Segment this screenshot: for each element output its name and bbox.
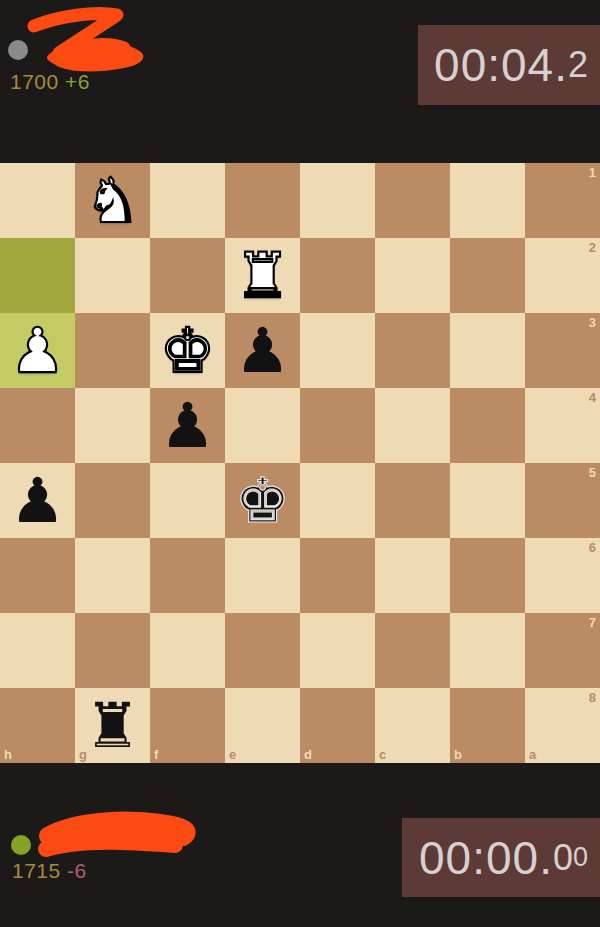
square-d1[interactable] — [300, 163, 375, 238]
square-g6[interactable] — [75, 538, 150, 613]
square-h2[interactable] — [0, 238, 75, 313]
square-c8[interactable]: c — [375, 688, 450, 763]
white-king[interactable]: ♚ — [150, 313, 225, 388]
square-e6[interactable] — [225, 538, 300, 613]
square-b8[interactable]: b — [450, 688, 525, 763]
square-b6[interactable] — [450, 538, 525, 613]
square-c6[interactable] — [375, 538, 450, 613]
square-h3[interactable]: ♟ — [0, 313, 75, 388]
square-g3[interactable] — [75, 313, 150, 388]
square-d4[interactable] — [300, 388, 375, 463]
file-label-f: f — [154, 748, 158, 761]
square-f6[interactable] — [150, 538, 225, 613]
opponent-rating-line: 1700 +6 — [10, 70, 90, 94]
rank-label-4: 4 — [589, 391, 596, 404]
square-b4[interactable] — [450, 388, 525, 463]
square-e7[interactable] — [225, 613, 300, 688]
square-b5[interactable] — [450, 463, 525, 538]
square-h1[interactable] — [0, 163, 75, 238]
square-c2[interactable] — [375, 238, 450, 313]
square-d6[interactable] — [300, 538, 375, 613]
file-label-g: g — [79, 748, 87, 761]
square-e5[interactable]: ♚ — [225, 463, 300, 538]
square-g7[interactable] — [75, 613, 150, 688]
file-label-e: e — [229, 748, 236, 761]
square-h5[interactable]: ♟ — [0, 463, 75, 538]
square-a5[interactable]: 5 — [525, 463, 600, 538]
online-status-dot-bottom — [11, 835, 31, 855]
square-c5[interactable] — [375, 463, 450, 538]
file-label-a: a — [529, 748, 536, 761]
square-b2[interactable] — [450, 238, 525, 313]
square-a8[interactable]: 8a — [525, 688, 600, 763]
square-c7[interactable] — [375, 613, 450, 688]
square-a2[interactable]: 2 — [525, 238, 600, 313]
square-d3[interactable] — [300, 313, 375, 388]
player-rating: 1715 — [12, 859, 61, 882]
clock-bottom-main: 00:00. — [419, 831, 553, 885]
rank-label-5: 5 — [589, 466, 596, 479]
rank-label-8: 8 — [589, 691, 596, 704]
square-c3[interactable] — [375, 313, 450, 388]
square-d7[interactable] — [300, 613, 375, 688]
file-label-b: b — [454, 748, 462, 761]
black-king[interactable]: ♚ — [225, 463, 300, 538]
square-f3[interactable]: ♚ — [150, 313, 225, 388]
square-d5[interactable] — [300, 463, 375, 538]
square-a3[interactable]: 3 — [525, 313, 600, 388]
square-f7[interactable] — [150, 613, 225, 688]
square-c4[interactable] — [375, 388, 450, 463]
rank-label-6: 6 — [589, 541, 596, 554]
clock-top: 00:04.2 — [418, 25, 600, 105]
opponent-rating: 1700 — [10, 70, 59, 93]
chess-board[interactable]: ♞1♜2♟♚♟3♟4♟♚567h♜gfedcb8a — [0, 163, 600, 763]
square-b1[interactable] — [450, 163, 525, 238]
square-f2[interactable] — [150, 238, 225, 313]
square-g2[interactable] — [75, 238, 150, 313]
square-e2[interactable]: ♜ — [225, 238, 300, 313]
square-d2[interactable] — [300, 238, 375, 313]
square-e3[interactable]: ♟ — [225, 313, 300, 388]
file-label-h: h — [4, 748, 12, 761]
file-label-d: d — [304, 748, 312, 761]
lichess-game-screen: 1700 +6 00:04.2 ♞1♜2♟♚♟3♟4♟♚567h♜gfedcb8… — [0, 0, 600, 927]
square-h4[interactable] — [0, 388, 75, 463]
rank-label-1: 1 — [589, 166, 596, 179]
square-a1[interactable]: 1 — [525, 163, 600, 238]
square-a4[interactable]: 4 — [525, 388, 600, 463]
white-rook[interactable]: ♜ — [225, 238, 300, 313]
square-f4[interactable]: ♟ — [150, 388, 225, 463]
clock-top-main: 00:04. — [434, 38, 568, 92]
opponent-rating-change: +6 — [65, 70, 90, 93]
square-a7[interactable]: 7 — [525, 613, 600, 688]
square-g8[interactable]: ♜g — [75, 688, 150, 763]
square-b7[interactable] — [450, 613, 525, 688]
square-e1[interactable] — [225, 163, 300, 238]
square-f1[interactable] — [150, 163, 225, 238]
square-f5[interactable] — [150, 463, 225, 538]
square-d8[interactable]: d — [300, 688, 375, 763]
clock-bottom-hundredths: 0 — [573, 842, 588, 873]
white-pawn[interactable]: ♟ — [0, 313, 75, 388]
rank-label-3: 3 — [589, 316, 596, 329]
clock-bottom: 00:00.00 — [402, 818, 600, 897]
square-a6[interactable]: 6 — [525, 538, 600, 613]
square-e4[interactable] — [225, 388, 300, 463]
white-knight[interactable]: ♞ — [75, 163, 150, 238]
square-h7[interactable] — [0, 613, 75, 688]
clock-top-tenths: 2 — [568, 44, 588, 86]
square-c1[interactable] — [375, 163, 450, 238]
square-g4[interactable] — [75, 388, 150, 463]
square-g5[interactable] — [75, 463, 150, 538]
square-b3[interactable] — [450, 313, 525, 388]
player-rating-change: -6 — [67, 859, 87, 882]
square-e8[interactable]: e — [225, 688, 300, 763]
black-pawn[interactable]: ♟ — [225, 313, 300, 388]
name-scribble-bottom — [34, 810, 204, 866]
rank-label-2: 2 — [589, 241, 596, 254]
square-h8[interactable]: h — [0, 688, 75, 763]
clock-bottom-tenths: 0 — [553, 837, 573, 879]
square-g1[interactable]: ♞ — [75, 163, 150, 238]
rank-label-7: 7 — [589, 616, 596, 629]
file-label-c: c — [379, 748, 386, 761]
square-h6[interactable] — [0, 538, 75, 613]
square-f8[interactable]: f — [150, 688, 225, 763]
player-rating-line: 1715 -6 — [12, 859, 87, 883]
black-pawn[interactable]: ♟ — [150, 388, 225, 463]
name-scribble-top — [24, 6, 164, 78]
black-pawn[interactable]: ♟ — [0, 463, 75, 538]
